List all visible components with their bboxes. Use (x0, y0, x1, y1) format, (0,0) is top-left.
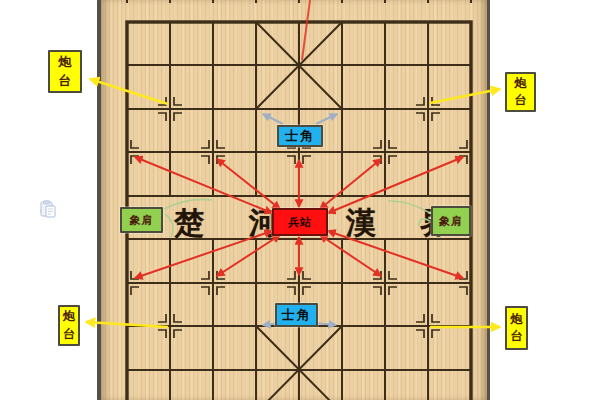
cannon-platform-label-top-right[interactable]: 炮台 (505, 72, 536, 112)
clipboard-paste-icon (40, 200, 56, 218)
advisor-corner-label-top[interactable]: 士角 (277, 125, 323, 147)
cannon-platform-label-bottom-left[interactable]: 炮台 (58, 305, 80, 346)
advisor-corner-label-bottom[interactable]: 士角 (275, 303, 318, 327)
elephant-shoulder-label-left[interactable]: 象肩 (120, 207, 163, 233)
cannon-platform-label-bottom-right[interactable]: 炮台 (505, 306, 528, 350)
slide-canvas: 楚 河 漢 界 (0, 0, 600, 400)
elephant-shoulder-label-right[interactable]: 象肩 (431, 206, 471, 236)
soldier-station-label[interactable]: 兵站 (272, 208, 328, 236)
cannon-platform-label-top-left[interactable]: 炮台 (48, 50, 82, 93)
paste-options-button[interactable]: ▾ (40, 200, 74, 224)
yellow-connectors (86, 79, 500, 327)
